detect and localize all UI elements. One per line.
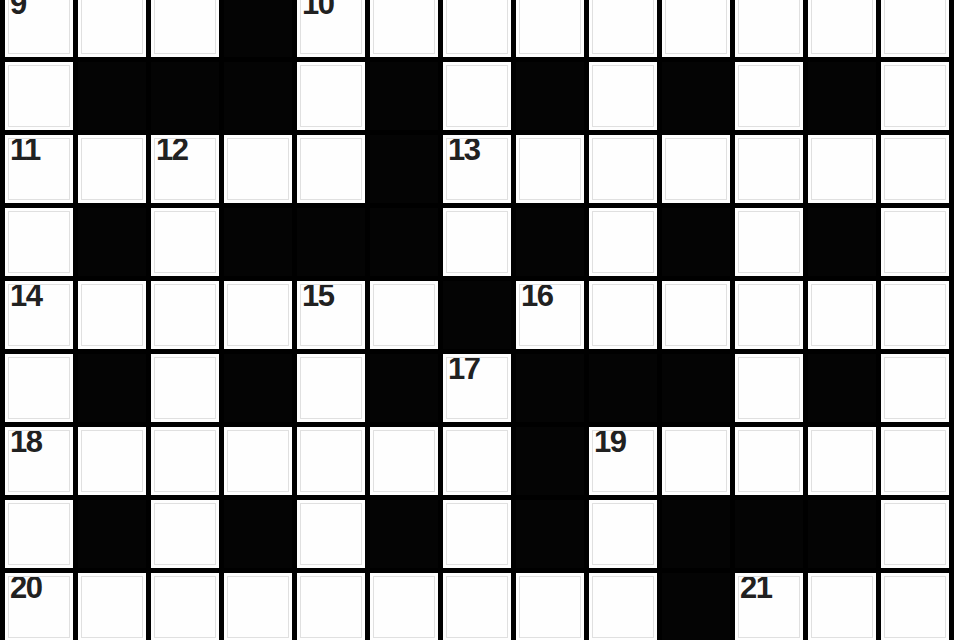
white-cell-r5c2[interactable]: [78, 281, 146, 349]
white-cell-r3c1[interactable]: 11: [5, 135, 73, 203]
clue-number: 21: [740, 572, 771, 603]
white-cell-r3c2[interactable]: [78, 135, 146, 203]
white-cell-r9c2[interactable]: [78, 573, 146, 640]
white-cell-r9c11[interactable]: 21: [735, 573, 803, 640]
white-cell-r5c11[interactable]: [735, 281, 803, 349]
black-cell-r4c10: [662, 208, 730, 276]
black-cell-r2c4: [224, 62, 292, 130]
white-cell-r2c1[interactable]: [5, 62, 73, 130]
black-cell-r8c2: [78, 500, 146, 568]
white-cell-r2c5[interactable]: [297, 62, 365, 130]
white-cell-r7c5[interactable]: [297, 427, 365, 495]
white-cell-r5c3[interactable]: [151, 281, 219, 349]
white-cell-r7c13[interactable]: [881, 427, 949, 495]
clue-number: 11: [10, 134, 40, 165]
white-cell-r4c3[interactable]: [151, 208, 219, 276]
black-cell-r2c8: [516, 62, 584, 130]
white-cell-r1c2[interactable]: [78, 0, 146, 57]
white-cell-r2c7[interactable]: [443, 62, 511, 130]
white-cell-r7c11[interactable]: [735, 427, 803, 495]
black-cell-r4c4: [224, 208, 292, 276]
white-cell-r4c7[interactable]: [443, 208, 511, 276]
white-cell-r8c9[interactable]: [589, 500, 657, 568]
clue-number: 14: [10, 280, 41, 311]
crossword-board: 9101112131415161718192021: [0, 0, 954, 640]
white-cell-r9c8[interactable]: [516, 573, 584, 640]
clue-number: 10: [302, 0, 333, 19]
white-cell-r5c12[interactable]: [808, 281, 876, 349]
white-cell-r9c1[interactable]: 20: [5, 573, 73, 640]
white-cell-r7c7[interactable]: [443, 427, 511, 495]
white-cell-r6c3[interactable]: [151, 354, 219, 422]
white-cell-r4c1[interactable]: [5, 208, 73, 276]
black-cell-r6c8: [516, 354, 584, 422]
white-cell-r5c1[interactable]: 14: [5, 281, 73, 349]
white-cell-r2c13[interactable]: [881, 62, 949, 130]
white-cell-r4c11[interactable]: [735, 208, 803, 276]
white-cell-r7c1[interactable]: 18: [5, 427, 73, 495]
black-cell-r8c6: [370, 500, 438, 568]
white-cell-r3c12[interactable]: [808, 135, 876, 203]
black-cell-r2c10: [662, 62, 730, 130]
clue-number: 9: [10, 0, 26, 19]
white-cell-r3c7[interactable]: 13: [443, 135, 511, 203]
white-cell-r5c13[interactable]: [881, 281, 949, 349]
white-cell-r6c13[interactable]: [881, 354, 949, 422]
black-cell-r8c4: [224, 500, 292, 568]
white-cell-r7c9[interactable]: 19: [589, 427, 657, 495]
white-cell-r9c13[interactable]: [881, 573, 949, 640]
white-cell-r8c1[interactable]: [5, 500, 73, 568]
black-cell-r2c6: [370, 62, 438, 130]
white-cell-r3c10[interactable]: [662, 135, 730, 203]
white-cell-r8c3[interactable]: [151, 500, 219, 568]
black-cell-r4c12: [808, 208, 876, 276]
white-cell-r9c4[interactable]: [224, 573, 292, 640]
white-cell-r5c8[interactable]: 16: [516, 281, 584, 349]
white-cell-r1c6[interactable]: [370, 0, 438, 57]
clue-number: 20: [10, 572, 41, 603]
black-cell-r6c6: [370, 354, 438, 422]
clue-number: 18: [10, 426, 41, 457]
white-cell-r9c9[interactable]: [589, 573, 657, 640]
white-cell-r1c7[interactable]: [443, 0, 511, 57]
white-cell-r1c11[interactable]: [735, 0, 803, 57]
white-cell-r3c5[interactable]: [297, 135, 365, 203]
white-cell-r3c9[interactable]: [589, 135, 657, 203]
black-cell-r7c8: [516, 427, 584, 495]
white-cell-r1c8[interactable]: [516, 0, 584, 57]
white-cell-r6c5[interactable]: [297, 354, 365, 422]
white-cell-r1c3[interactable]: [151, 0, 219, 57]
white-cell-r7c3[interactable]: [151, 427, 219, 495]
black-cell-r6c2: [78, 354, 146, 422]
black-cell-r6c12: [808, 354, 876, 422]
white-cell-r2c11[interactable]: [735, 62, 803, 130]
black-cell-r8c12: [808, 500, 876, 568]
black-cell-r3c6: [370, 135, 438, 203]
black-cell-r9c10: [662, 573, 730, 640]
white-cell-r5c6[interactable]: [370, 281, 438, 349]
black-cell-r2c3: [151, 62, 219, 130]
white-cell-r9c6[interactable]: [370, 573, 438, 640]
black-cell-r4c6: [370, 208, 438, 276]
white-cell-r2c9[interactable]: [589, 62, 657, 130]
black-cell-r2c12: [808, 62, 876, 130]
white-cell-r8c7[interactable]: [443, 500, 511, 568]
crossword-puzzle-page: 9101112131415161718192021: [0, 0, 960, 640]
white-cell-r1c5[interactable]: 10: [297, 0, 365, 57]
black-cell-r6c10: [662, 354, 730, 422]
white-cell-r5c9[interactable]: [589, 281, 657, 349]
black-cell-r4c2: [78, 208, 146, 276]
clue-number: 15: [302, 280, 333, 311]
white-cell-r6c11[interactable]: [735, 354, 803, 422]
white-cell-r8c5[interactable]: [297, 500, 365, 568]
white-cell-r5c5[interactable]: 15: [297, 281, 365, 349]
white-cell-r6c7[interactable]: 17: [443, 354, 511, 422]
white-cell-r7c2[interactable]: [78, 427, 146, 495]
white-cell-r1c13[interactable]: [881, 0, 949, 57]
clue-number: 13: [448, 134, 479, 165]
white-cell-r4c13[interactable]: [881, 208, 949, 276]
white-cell-r7c6[interactable]: [370, 427, 438, 495]
white-cell-r3c11[interactable]: [735, 135, 803, 203]
black-cell-r1c4: [224, 0, 292, 57]
white-cell-r3c8[interactable]: [516, 135, 584, 203]
black-cell-r8c10: [662, 500, 730, 568]
white-cell-r4c9[interactable]: [589, 208, 657, 276]
clue-number: 12: [156, 134, 187, 165]
white-cell-r6c1[interactable]: [5, 354, 73, 422]
white-cell-r3c13[interactable]: [881, 135, 949, 203]
black-cell-r5c7: [443, 281, 511, 349]
black-cell-r6c9: [589, 354, 657, 422]
white-cell-r5c4[interactable]: [224, 281, 292, 349]
white-cell-r3c4[interactable]: [224, 135, 292, 203]
white-cell-r8c13[interactable]: [881, 500, 949, 568]
white-cell-r1c10[interactable]: [662, 0, 730, 57]
black-cell-r2c2: [78, 62, 146, 130]
black-cell-r8c11: [735, 500, 803, 568]
white-cell-r9c7[interactable]: [443, 573, 511, 640]
black-cell-r4c5: [297, 208, 365, 276]
white-cell-r7c10[interactable]: [662, 427, 730, 495]
white-cell-r3c3[interactable]: 12: [151, 135, 219, 203]
clue-number: 16: [521, 280, 552, 311]
clue-number: 17: [448, 353, 479, 384]
white-cell-r7c4[interactable]: [224, 427, 292, 495]
black-cell-r4c8: [516, 208, 584, 276]
white-cell-r7c12[interactable]: [808, 427, 876, 495]
black-cell-r6c4: [224, 354, 292, 422]
white-cell-r1c1[interactable]: 9: [5, 0, 73, 57]
white-cell-r1c9[interactable]: [589, 0, 657, 57]
white-cell-r9c12[interactable]: [808, 573, 876, 640]
white-cell-r5c10[interactable]: [662, 281, 730, 349]
black-cell-r8c8: [516, 500, 584, 568]
clue-number: 19: [594, 426, 625, 457]
white-cell-r9c5[interactable]: [297, 573, 365, 640]
white-cell-r1c12[interactable]: [808, 0, 876, 57]
white-cell-r9c3[interactable]: [151, 573, 219, 640]
